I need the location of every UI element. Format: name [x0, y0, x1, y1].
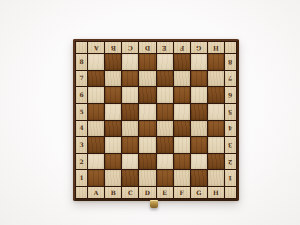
square-f4[interactable] [174, 121, 190, 137]
square-b1[interactable] [105, 170, 121, 186]
rank-label-left-5: 5 [76, 104, 87, 120]
photo-background: ABCDEFGH8877665544332211ABCDEFGH [0, 0, 300, 225]
file-label-bottom-h: H [208, 187, 224, 198]
coordinate-label: D [145, 45, 150, 51]
coordinate-label: F [180, 190, 184, 196]
square-f1[interactable] [174, 170, 190, 186]
coordinate-label: 1 [79, 175, 83, 181]
square-e5[interactable] [157, 104, 173, 120]
square-a5[interactable] [88, 104, 104, 120]
coordinate-label: 8 [228, 59, 232, 65]
rank-label-right-1: 1 [225, 170, 236, 186]
square-g5[interactable] [191, 104, 207, 120]
rank-label-left-1: 1 [76, 170, 87, 186]
coordinate-label: 2 [228, 159, 232, 165]
square-f3[interactable] [174, 137, 190, 153]
square-a7[interactable] [88, 71, 104, 87]
coordinate-label: E [162, 190, 167, 196]
file-label-bottom-c: C [122, 187, 138, 198]
square-b2[interactable] [105, 154, 121, 170]
square-c5[interactable] [122, 104, 138, 120]
file-label-bottom-b: B [105, 187, 121, 198]
coordinate-label: 4 [79, 125, 83, 131]
square-b8[interactable] [105, 54, 121, 70]
coordinate-label: A [94, 190, 99, 196]
coordinate-label: 6 [79, 92, 83, 98]
square-d3[interactable] [139, 137, 155, 153]
file-label-bottom-f: F [174, 187, 190, 198]
square-b6[interactable] [105, 87, 121, 103]
square-e4[interactable] [157, 121, 173, 137]
square-h1[interactable] [208, 170, 224, 186]
rank-label-right-3: 3 [225, 137, 236, 153]
square-e6[interactable] [157, 87, 173, 103]
frame-corner [76, 187, 87, 198]
rank-label-left-6: 6 [76, 87, 87, 103]
file-label-top-h: H [208, 42, 224, 53]
square-e8[interactable] [157, 54, 173, 70]
coordinate-label: 2 [79, 159, 83, 165]
coordinate-label: 5 [228, 109, 232, 115]
coordinate-label: C [128, 190, 133, 196]
file-label-bottom-g: G [191, 187, 207, 198]
square-a3[interactable] [88, 137, 104, 153]
square-c6[interactable] [122, 87, 138, 103]
square-e7[interactable] [157, 71, 173, 87]
square-h5[interactable] [208, 104, 224, 120]
square-a1[interactable] [88, 170, 104, 186]
coordinate-label: G [196, 190, 201, 196]
file-label-top-f: F [174, 42, 190, 53]
square-d8[interactable] [139, 54, 155, 70]
rank-label-right-2: 2 [225, 154, 236, 170]
square-e1[interactable] [157, 170, 173, 186]
square-h6[interactable] [208, 87, 224, 103]
file-label-top-g: G [191, 42, 207, 53]
coordinate-label: H [213, 45, 219, 51]
rank-label-left-3: 3 [76, 137, 87, 153]
rank-label-right-4: 4 [225, 121, 236, 137]
square-g7[interactable] [191, 71, 207, 87]
square-d5[interactable] [139, 104, 155, 120]
coordinate-label: 3 [79, 142, 83, 148]
square-a8[interactable] [88, 54, 104, 70]
square-g4[interactable] [191, 121, 207, 137]
square-c1[interactable] [122, 170, 138, 186]
coordinate-label: B [111, 190, 116, 196]
square-h4[interactable] [208, 121, 224, 137]
square-b5[interactable] [105, 104, 121, 120]
square-e3[interactable] [157, 137, 173, 153]
square-c2[interactable] [122, 154, 138, 170]
square-f6[interactable] [174, 87, 190, 103]
coordinate-label: G [196, 45, 201, 51]
square-b3[interactable] [105, 137, 121, 153]
file-label-bottom-e: E [157, 187, 173, 198]
square-f7[interactable] [174, 71, 190, 87]
square-c3[interactable] [122, 137, 138, 153]
coordinate-label: B [111, 45, 116, 51]
square-f2[interactable] [174, 154, 190, 170]
coordinate-label: 7 [228, 75, 232, 81]
coordinate-label: H [213, 190, 219, 196]
square-g3[interactable] [191, 137, 207, 153]
coordinate-label: D [145, 190, 150, 196]
file-label-top-e: E [157, 42, 173, 53]
coordinate-label: 8 [79, 59, 83, 65]
rank-label-left-8: 8 [76, 54, 87, 70]
frame-corner [225, 42, 236, 53]
file-label-top-a: A [88, 42, 104, 53]
square-d7[interactable] [139, 71, 155, 87]
coordinate-label: E [162, 45, 167, 51]
file-label-top-c: C [122, 42, 138, 53]
square-g6[interactable] [191, 87, 207, 103]
square-f5[interactable] [174, 104, 190, 120]
square-d1[interactable] [139, 170, 155, 186]
square-g2[interactable] [191, 154, 207, 170]
rank-label-right-7: 7 [225, 71, 236, 87]
square-a2[interactable] [88, 154, 104, 170]
file-label-bottom-d: D [139, 187, 155, 198]
square-f8[interactable] [174, 54, 190, 70]
coordinate-label: A [94, 45, 99, 51]
file-label-bottom-a: A [88, 187, 104, 198]
square-g8[interactable] [191, 54, 207, 70]
file-label-top-d: D [139, 42, 155, 53]
coordinate-label: 6 [228, 92, 232, 98]
square-a4[interactable] [88, 121, 104, 137]
square-b4[interactable] [105, 121, 121, 137]
square-d4[interactable] [139, 121, 155, 137]
board-grid: ABCDEFGH8877665544332211ABCDEFGH [76, 42, 236, 198]
square-d6[interactable] [139, 87, 155, 103]
square-c8[interactable] [122, 54, 138, 70]
frame-corner [225, 187, 236, 198]
brass-clasp [150, 200, 158, 208]
file-label-top-b: B [105, 42, 121, 53]
square-b7[interactable] [105, 71, 121, 87]
chess-board: ABCDEFGH8877665544332211ABCDEFGH [73, 39, 239, 201]
rank-label-right-5: 5 [225, 104, 236, 120]
rank-label-right-6: 6 [225, 87, 236, 103]
square-h7[interactable] [208, 71, 224, 87]
rank-label-right-8: 8 [225, 54, 236, 70]
rank-label-left-7: 7 [76, 71, 87, 87]
rank-label-left-4: 4 [76, 121, 87, 137]
coordinate-label: 3 [228, 142, 232, 148]
square-g1[interactable] [191, 170, 207, 186]
square-c7[interactable] [122, 71, 138, 87]
square-h2[interactable] [208, 154, 224, 170]
square-d2[interactable] [139, 154, 155, 170]
square-a6[interactable] [88, 87, 104, 103]
coordinate-label: F [180, 45, 184, 51]
square-e2[interactable] [157, 154, 173, 170]
coordinate-label: 5 [79, 109, 83, 115]
coordinate-label: 1 [228, 175, 232, 181]
frame-corner [76, 42, 87, 53]
coordinate-label: 7 [79, 75, 83, 81]
coordinate-label: 4 [228, 125, 232, 131]
square-h8[interactable] [208, 54, 224, 70]
rank-label-left-2: 2 [76, 154, 87, 170]
square-h3[interactable] [208, 137, 224, 153]
square-c4[interactable] [122, 121, 138, 137]
coordinate-label: C [128, 45, 133, 51]
